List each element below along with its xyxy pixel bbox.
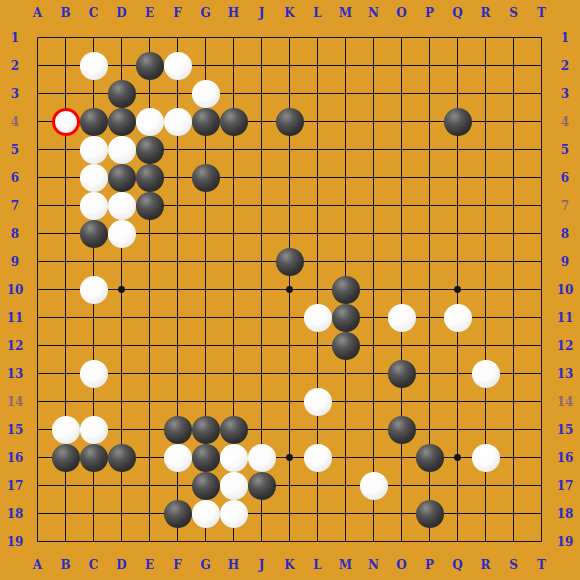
- white-stone-C10: [80, 276, 108, 304]
- white-stone-O11: [388, 304, 416, 332]
- coord-label-top-J: J: [259, 7, 265, 19]
- coord-label-left-10: 10: [7, 284, 24, 296]
- coord-label-bottom-D: D: [116, 559, 126, 571]
- white-stone-F4: [164, 108, 192, 136]
- black-stone-D16: [108, 444, 136, 472]
- black-stone-G17: [192, 472, 220, 500]
- coord-label-bottom-A: A: [33, 559, 42, 571]
- black-stone-M11: [332, 304, 360, 332]
- coord-label-right-19: 19: [557, 536, 574, 548]
- coord-label-left-7: 7: [11, 200, 19, 212]
- white-stone-C15: [80, 416, 108, 444]
- black-stone-M10: [332, 276, 360, 304]
- black-stone-E5: [136, 136, 164, 164]
- coord-label-right-9: 9: [561, 256, 569, 268]
- coord-label-top-T: T: [537, 7, 546, 19]
- go-board[interactable]: ABCDEFGHJKLMNOPQRST ABCDEFGHJKLMNOPQRST …: [0, 0, 580, 580]
- black-stone-H15: [220, 416, 248, 444]
- coord-label-right-2: 2: [561, 60, 569, 72]
- white-stone-C2: [80, 52, 108, 80]
- black-stone-G15: [192, 416, 220, 444]
- black-stone-D4: [108, 108, 136, 136]
- black-stone-F18: [164, 500, 192, 528]
- coord-label-top-H: H: [228, 7, 239, 19]
- coord-label-right-17: 17: [557, 480, 574, 492]
- coord-label-right-16: 16: [557, 452, 574, 464]
- coord-label-right-7: 7: [561, 200, 569, 212]
- black-stone-K9: [276, 248, 304, 276]
- black-stone-J17: [248, 472, 276, 500]
- white-stone-R13: [472, 360, 500, 388]
- white-stone-L16: [304, 444, 332, 472]
- coord-label-bottom-N: N: [368, 559, 379, 571]
- white-stone-F2: [164, 52, 192, 80]
- coord-label-left-19: 19: [7, 536, 24, 548]
- black-stone-G4: [192, 108, 220, 136]
- coord-label-bottom-M: M: [339, 559, 352, 571]
- coord-label-bottom-L: L: [313, 559, 321, 571]
- black-stone-M12: [332, 332, 360, 360]
- white-stone-N17: [360, 472, 388, 500]
- black-stone-C16: [80, 444, 108, 472]
- white-stone-H18: [220, 500, 248, 528]
- coord-label-left-18: 18: [7, 508, 24, 520]
- coord-label-top-O: O: [396, 7, 406, 19]
- coord-label-top-E: E: [145, 7, 154, 19]
- coord-label-right-8: 8: [561, 228, 569, 240]
- coord-label-right-14: 14: [557, 396, 574, 408]
- coord-label-left-6: 6: [11, 172, 19, 184]
- coord-label-left-4: 4: [11, 116, 19, 128]
- coord-label-bottom-G: G: [200, 559, 210, 571]
- white-stone-L11: [304, 304, 332, 332]
- black-stone-P16: [416, 444, 444, 472]
- coord-label-right-12: 12: [557, 340, 574, 352]
- white-stone-D8: [108, 220, 136, 248]
- coord-label-bottom-H: H: [228, 559, 239, 571]
- white-stone-H17: [220, 472, 248, 500]
- coord-label-bottom-S: S: [509, 559, 518, 571]
- black-stone-C8: [80, 220, 108, 248]
- coord-label-left-5: 5: [11, 144, 19, 156]
- black-stone-P18: [416, 500, 444, 528]
- coord-label-left-12: 12: [7, 340, 24, 352]
- black-stone-E6: [136, 164, 164, 192]
- coord-label-right-15: 15: [557, 424, 574, 436]
- coord-label-left-11: 11: [7, 312, 24, 324]
- coord-label-top-A: A: [33, 7, 42, 19]
- black-stone-G6: [192, 164, 220, 192]
- black-stone-B16: [52, 444, 80, 472]
- coord-label-bottom-Q: Q: [452, 559, 462, 571]
- white-stone-D7: [108, 192, 136, 220]
- coord-label-bottom-F: F: [173, 559, 182, 571]
- coord-label-bottom-B: B: [60, 559, 70, 571]
- coord-label-bottom-R: R: [481, 559, 491, 571]
- white-stone-C13: [80, 360, 108, 388]
- white-stone-B4-last-move: [52, 108, 80, 136]
- coord-label-top-K: K: [284, 7, 294, 19]
- coord-label-top-F: F: [173, 7, 182, 19]
- white-stone-R16: [472, 444, 500, 472]
- black-stone-O13: [388, 360, 416, 388]
- black-stone-D3: [108, 80, 136, 108]
- stones-layer[interactable]: [24, 24, 556, 556]
- white-stone-D5: [108, 136, 136, 164]
- coord-label-right-18: 18: [557, 508, 574, 520]
- coord-label-left-13: 13: [7, 368, 24, 380]
- coord-label-top-M: M: [339, 7, 352, 19]
- coord-label-right-13: 13: [557, 368, 574, 380]
- white-stone-F16: [164, 444, 192, 472]
- black-stone-E7: [136, 192, 164, 220]
- white-stone-B15: [52, 416, 80, 444]
- white-stone-C6: [80, 164, 108, 192]
- black-stone-Q4: [444, 108, 472, 136]
- coord-label-bottom-O: O: [396, 559, 406, 571]
- coord-label-right-3: 3: [561, 88, 569, 100]
- coord-label-bottom-K: K: [284, 559, 294, 571]
- black-stone-E2: [136, 52, 164, 80]
- white-stone-G18: [192, 500, 220, 528]
- coord-label-top-Q: Q: [452, 7, 462, 19]
- black-stone-O15: [388, 416, 416, 444]
- coord-label-right-4: 4: [561, 116, 569, 128]
- coord-label-right-1: 1: [561, 32, 569, 44]
- black-stone-G16: [192, 444, 220, 472]
- white-stone-L14: [304, 388, 332, 416]
- white-stone-Q11: [444, 304, 472, 332]
- white-stone-H16: [220, 444, 248, 472]
- coord-label-right-11: 11: [557, 312, 574, 324]
- white-stone-E4: [136, 108, 164, 136]
- coord-label-left-8: 8: [11, 228, 19, 240]
- coord-label-left-3: 3: [11, 88, 19, 100]
- coord-label-top-G: G: [200, 7, 210, 19]
- coord-label-top-S: S: [509, 7, 518, 19]
- black-stone-K4: [276, 108, 304, 136]
- coord-label-right-6: 6: [561, 172, 569, 184]
- white-stone-G3: [192, 80, 220, 108]
- coord-label-right-5: 5: [561, 144, 569, 156]
- black-stone-C4: [80, 108, 108, 136]
- black-stone-D6: [108, 164, 136, 192]
- coord-label-left-16: 16: [7, 452, 24, 464]
- coord-label-right-10: 10: [557, 284, 574, 296]
- coord-label-bottom-P: P: [425, 559, 434, 571]
- coord-label-top-N: N: [368, 7, 379, 19]
- white-stone-C7: [80, 192, 108, 220]
- coord-label-top-C: C: [89, 7, 99, 19]
- coord-label-left-14: 14: [7, 396, 24, 408]
- black-stone-H4: [220, 108, 248, 136]
- coord-label-left-1: 1: [11, 32, 19, 44]
- coord-label-left-9: 9: [11, 256, 19, 268]
- coord-label-top-D: D: [116, 7, 126, 19]
- white-stone-C5: [80, 136, 108, 164]
- coord-label-left-2: 2: [11, 60, 19, 72]
- coord-label-bottom-J: J: [259, 559, 265, 571]
- coord-label-top-P: P: [425, 7, 434, 19]
- coord-label-top-B: B: [60, 7, 70, 19]
- coord-label-left-15: 15: [7, 424, 24, 436]
- black-stone-F15: [164, 416, 192, 444]
- white-stone-J16: [248, 444, 276, 472]
- coord-label-left-17: 17: [7, 480, 24, 492]
- coord-label-bottom-T: T: [537, 559, 546, 571]
- coord-label-top-L: L: [313, 7, 321, 19]
- coord-label-bottom-C: C: [89, 559, 99, 571]
- coord-label-bottom-E: E: [145, 559, 154, 571]
- coord-label-top-R: R: [481, 7, 491, 19]
